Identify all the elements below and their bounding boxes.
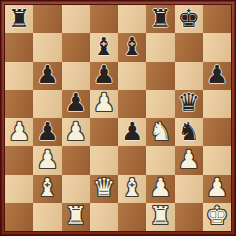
- black-pawn[interactable]: ♟: [36, 119, 58, 144]
- square-c2[interactable]: [62, 175, 90, 203]
- white-knight[interactable]: ♞: [149, 119, 171, 144]
- square-f5[interactable]: [146, 90, 174, 118]
- square-b7[interactable]: [33, 33, 61, 61]
- white-king[interactable]: ♚: [206, 203, 228, 228]
- square-b8[interactable]: [33, 5, 61, 33]
- square-g7[interactable]: [175, 33, 203, 61]
- black-queen[interactable]: ♛: [177, 90, 199, 115]
- square-g2[interactable]: [175, 175, 203, 203]
- square-h7[interactable]: [203, 33, 231, 61]
- black-pawn[interactable]: ♟: [206, 62, 228, 87]
- square-f7[interactable]: [146, 33, 174, 61]
- square-f6[interactable]: [146, 62, 174, 90]
- square-e5[interactable]: [118, 90, 146, 118]
- square-g6[interactable]: [175, 62, 203, 90]
- square-d4[interactable]: [90, 118, 118, 146]
- black-knight[interactable]: ♞: [177, 119, 199, 144]
- square-b6[interactable]: ♟: [33, 62, 61, 90]
- white-rook[interactable]: ♜: [64, 203, 86, 228]
- square-b5[interactable]: [33, 90, 61, 118]
- white-bishop[interactable]: ♝: [36, 175, 58, 200]
- white-bishop[interactable]: ♝: [121, 175, 143, 200]
- black-pawn[interactable]: ♟: [121, 119, 143, 144]
- square-e3[interactable]: [118, 146, 146, 174]
- square-c7[interactable]: [62, 33, 90, 61]
- square-f4[interactable]: ♞: [146, 118, 174, 146]
- square-e1[interactable]: [118, 203, 146, 231]
- black-king[interactable]: ♚: [177, 6, 199, 31]
- square-h1[interactable]: ♚: [203, 203, 231, 231]
- square-c8[interactable]: [62, 5, 90, 33]
- chess-board-frame: ♜♜♚♝♝♟♟♟♟♟♛♟♟♟♟♞♞♟♟♝♛♝♟♟♜♜♚: [0, 0, 236, 236]
- square-f2[interactable]: ♟: [146, 175, 174, 203]
- square-c1[interactable]: ♜: [62, 203, 90, 231]
- square-c5[interactable]: ♟: [62, 90, 90, 118]
- square-d8[interactable]: [90, 5, 118, 33]
- black-pawn[interactable]: ♟: [64, 90, 86, 115]
- white-pawn[interactable]: ♟: [149, 175, 171, 200]
- square-b4[interactable]: ♟: [33, 118, 61, 146]
- black-bishop[interactable]: ♝: [93, 34, 115, 59]
- square-d5[interactable]: ♟: [90, 90, 118, 118]
- white-pawn[interactable]: ♟: [36, 147, 58, 172]
- white-rook[interactable]: ♜: [149, 203, 171, 228]
- square-e7[interactable]: ♝: [118, 33, 146, 61]
- white-queen[interactable]: ♛: [93, 175, 115, 200]
- square-a8[interactable]: ♜: [5, 5, 33, 33]
- square-c3[interactable]: [62, 146, 90, 174]
- square-b3[interactable]: ♟: [33, 146, 61, 174]
- square-f3[interactable]: [146, 146, 174, 174]
- square-e8[interactable]: [118, 5, 146, 33]
- square-e2[interactable]: ♝: [118, 175, 146, 203]
- black-pawn[interactable]: ♟: [93, 62, 115, 87]
- square-h6[interactable]: ♟: [203, 62, 231, 90]
- square-a2[interactable]: [5, 175, 33, 203]
- square-h5[interactable]: [203, 90, 231, 118]
- square-a4[interactable]: ♟: [5, 118, 33, 146]
- square-c6[interactable]: [62, 62, 90, 90]
- square-h8[interactable]: [203, 5, 231, 33]
- square-f1[interactable]: ♜: [146, 203, 174, 231]
- square-h2[interactable]: ♟: [203, 175, 231, 203]
- square-a5[interactable]: [5, 90, 33, 118]
- square-d3[interactable]: [90, 146, 118, 174]
- square-g8[interactable]: ♚: [175, 5, 203, 33]
- square-a7[interactable]: [5, 33, 33, 61]
- chess-board: ♜♜♚♝♝♟♟♟♟♟♛♟♟♟♟♞♞♟♟♝♛♝♟♟♜♜♚: [5, 5, 231, 231]
- square-g3[interactable]: ♟: [175, 146, 203, 174]
- square-g5[interactable]: ♛: [175, 90, 203, 118]
- black-rook[interactable]: ♜: [149, 6, 171, 31]
- square-g4[interactable]: ♞: [175, 118, 203, 146]
- square-h3[interactable]: [203, 146, 231, 174]
- square-a6[interactable]: [5, 62, 33, 90]
- square-c4[interactable]: ♟: [62, 118, 90, 146]
- white-pawn[interactable]: ♟: [177, 147, 199, 172]
- square-e4[interactable]: ♟: [118, 118, 146, 146]
- black-rook[interactable]: ♜: [8, 6, 30, 31]
- black-pawn[interactable]: ♟: [36, 62, 58, 87]
- square-g1[interactable]: [175, 203, 203, 231]
- black-bishop[interactable]: ♝: [121, 34, 143, 59]
- white-pawn[interactable]: ♟: [93, 90, 115, 115]
- square-d1[interactable]: [90, 203, 118, 231]
- white-pawn[interactable]: ♟: [64, 119, 86, 144]
- square-b2[interactable]: ♝: [33, 175, 61, 203]
- square-a1[interactable]: [5, 203, 33, 231]
- square-d6[interactable]: ♟: [90, 62, 118, 90]
- square-d7[interactable]: ♝: [90, 33, 118, 61]
- square-d2[interactable]: ♛: [90, 175, 118, 203]
- square-f8[interactable]: ♜: [146, 5, 174, 33]
- square-b1[interactable]: [33, 203, 61, 231]
- square-h4[interactable]: [203, 118, 231, 146]
- white-pawn[interactable]: ♟: [8, 119, 30, 144]
- white-pawn[interactable]: ♟: [206, 175, 228, 200]
- square-e6[interactable]: [118, 62, 146, 90]
- square-a3[interactable]: [5, 146, 33, 174]
